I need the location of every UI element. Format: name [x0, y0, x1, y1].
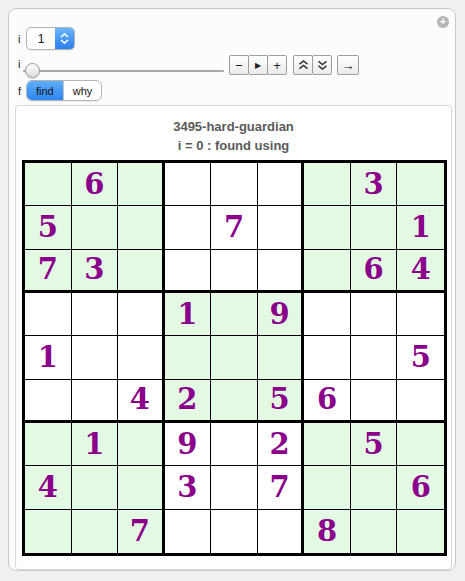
- puzzle-title: 3495-hard-guardian: [16, 119, 451, 134]
- faster-button[interactable]: [293, 55, 313, 75]
- cell-r6c2: [72, 380, 119, 423]
- cell-r2c9: 1: [397, 206, 444, 249]
- cell-r6c4: 2: [165, 380, 212, 423]
- cell-r8c2: [72, 466, 119, 509]
- cell-r2c4: [165, 206, 212, 249]
- cell-r4c3: [118, 293, 165, 336]
- cell-r1c2: 6: [72, 163, 119, 206]
- index-slider[interactable]: [23, 63, 224, 79]
- cell-r6c3: 4: [118, 380, 165, 423]
- cell-r4c9: [397, 293, 444, 336]
- cell-r6c1: [25, 380, 72, 423]
- cell-r1c9: [397, 163, 444, 206]
- cell-r3c6: [258, 250, 305, 293]
- cell-r6c6: 5: [258, 380, 305, 423]
- cell-r6c8: [351, 380, 398, 423]
- cell-r6c9: [397, 380, 444, 423]
- sudoku-board: 635717364191542561925437678: [22, 160, 447, 556]
- cell-r8c1: 4: [25, 466, 72, 509]
- puzzle-subtitle: i = 0 : found using: [16, 138, 451, 153]
- stepper-label: i: [18, 33, 20, 45]
- cell-r4c4: 1: [165, 293, 212, 336]
- cell-r7c8: 5: [351, 423, 398, 466]
- cell-r8c8: [351, 466, 398, 509]
- cell-r9c7: 8: [304, 510, 351, 553]
- toggle-option-find[interactable]: find: [27, 81, 63, 100]
- slider-track[interactable]: [23, 70, 224, 72]
- cell-r9c9: [397, 510, 444, 553]
- cell-r8c9: 6: [397, 466, 444, 509]
- cell-r7c1: [25, 423, 72, 466]
- cell-r4c2: [72, 293, 119, 336]
- chevron-down-icon: [60, 39, 69, 44]
- cell-r5c8: [351, 336, 398, 379]
- content-panel: 3495-hard-guardian i = 0 : found using 6…: [15, 105, 452, 570]
- cell-r8c6: 7: [258, 466, 305, 509]
- cell-r5c4: [165, 336, 212, 379]
- cell-r9c6: [258, 510, 305, 553]
- cell-r8c4: 3: [165, 466, 212, 509]
- cell-r2c2: [72, 206, 119, 249]
- play-button[interactable]: ▶: [248, 55, 268, 75]
- cell-r7c3: [118, 423, 165, 466]
- mode-toggle: find why: [26, 80, 102, 101]
- cell-r1c5: [211, 163, 258, 206]
- toggle-option-why[interactable]: why: [63, 81, 102, 100]
- cell-r8c5: [211, 466, 258, 509]
- cell-r3c5: [211, 250, 258, 293]
- cell-r9c4: [165, 510, 212, 553]
- cell-r6c5: [211, 380, 258, 423]
- cell-r7c2: 1: [72, 423, 119, 466]
- cell-r3c9: 4: [397, 250, 444, 293]
- cell-r1c8: 3: [351, 163, 398, 206]
- slower-button[interactable]: [312, 55, 332, 75]
- cell-r4c1: [25, 293, 72, 336]
- chevron-up-icon: [60, 33, 69, 38]
- cell-r3c7: [304, 250, 351, 293]
- cell-r9c5: [211, 510, 258, 553]
- cell-r4c7: [304, 293, 351, 336]
- cell-r4c5: [211, 293, 258, 336]
- cell-r2c8: [351, 206, 398, 249]
- cell-r2c7: [304, 206, 351, 249]
- slider-label: i: [18, 58, 20, 70]
- cell-r3c3: [118, 250, 165, 293]
- manipulate-frame: + i 1 i − ▶ + → f find: [8, 8, 456, 571]
- cell-r8c3: [118, 466, 165, 509]
- index-stepper[interactable]: 1: [26, 27, 75, 50]
- stepper-arrows-icon[interactable]: [55, 28, 74, 49]
- cell-r3c1: 7: [25, 250, 72, 293]
- cell-r2c1: 5: [25, 206, 72, 249]
- cell-r6c7: 6: [304, 380, 351, 423]
- cell-r5c1: 1: [25, 336, 72, 379]
- cell-r1c6: [258, 163, 305, 206]
- cell-r3c2: 3: [72, 250, 119, 293]
- cell-r3c8: 6: [351, 250, 398, 293]
- cell-r5c9: 5: [397, 336, 444, 379]
- step-back-button[interactable]: −: [229, 55, 249, 75]
- double-chevron-down-icon: [317, 60, 328, 70]
- cell-r9c8: [351, 510, 398, 553]
- cell-r7c6: 2: [258, 423, 305, 466]
- cell-r2c6: [258, 206, 305, 249]
- cell-r1c4: [165, 163, 212, 206]
- cell-r9c1: [25, 510, 72, 553]
- cell-r5c2: [72, 336, 119, 379]
- cell-r8c7: [304, 466, 351, 509]
- step-forward-button[interactable]: +: [267, 55, 287, 75]
- double-chevron-up-icon: [298, 60, 309, 70]
- cell-r1c3: [118, 163, 165, 206]
- cell-r7c5: [211, 423, 258, 466]
- cell-r9c3: 7: [118, 510, 165, 553]
- cell-r5c6: [258, 336, 305, 379]
- cell-r4c8: [351, 293, 398, 336]
- cell-r3c4: [165, 250, 212, 293]
- stepper-value: 1: [27, 28, 55, 49]
- cell-r9c2: [72, 510, 119, 553]
- slider-thumb[interactable]: [25, 63, 40, 78]
- cell-r1c1: [25, 163, 72, 206]
- cell-r7c7: [304, 423, 351, 466]
- cell-r2c5: 7: [211, 206, 258, 249]
- cell-r1c7: [304, 163, 351, 206]
- cell-r2c3: [118, 206, 165, 249]
- cell-r7c9: [397, 423, 444, 466]
- cell-r5c3: [118, 336, 165, 379]
- cell-r5c5: [211, 336, 258, 379]
- cell-r5c7: [304, 336, 351, 379]
- manipulate-expand-icon[interactable]: +: [437, 16, 449, 28]
- direction-button[interactable]: →: [337, 55, 359, 75]
- toggle-label: f: [18, 85, 21, 97]
- cell-r4c6: 9: [258, 293, 305, 336]
- cell-r7c4: 9: [165, 423, 212, 466]
